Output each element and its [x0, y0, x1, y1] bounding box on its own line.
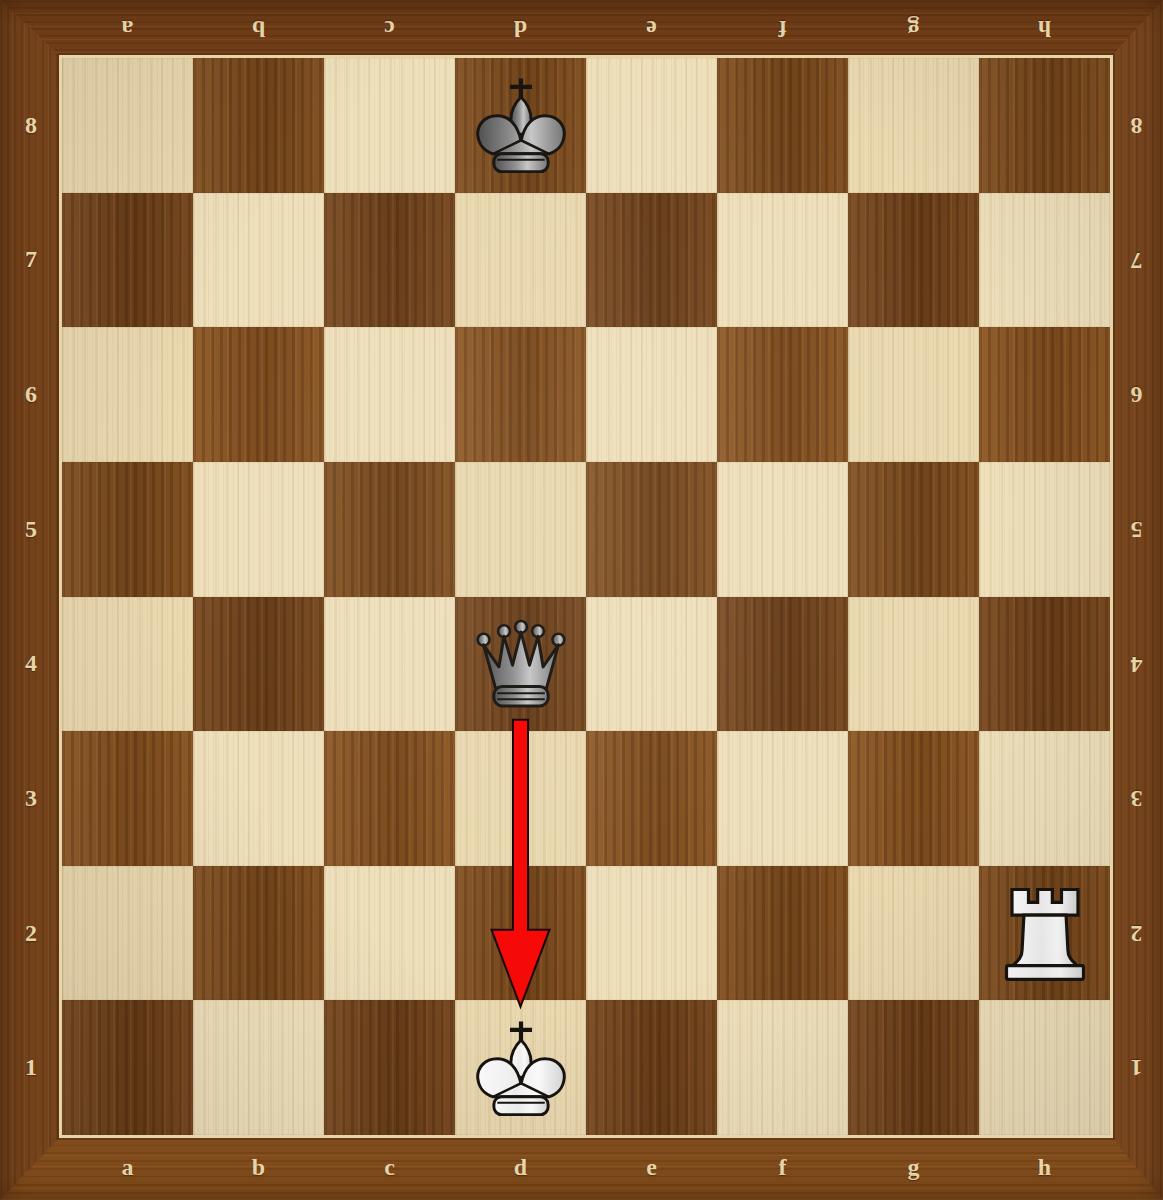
square-d5[interactable] [455, 462, 586, 597]
square-h4[interactable] [979, 597, 1110, 732]
square-c7[interactable] [324, 193, 455, 328]
square-h1[interactable] [979, 1000, 1110, 1135]
square-h6[interactable] [979, 327, 1110, 462]
square-a2[interactable] [62, 866, 193, 1001]
square-g6[interactable] [848, 327, 979, 462]
square-h8[interactable] [979, 58, 1110, 193]
file-label-top-a: a [62, 0, 193, 58]
rank-label-left-7: 7 [0, 193, 62, 328]
file-label-top-d: d [455, 0, 586, 58]
square-b6[interactable] [193, 327, 324, 462]
file-label-bottom-a: a [62, 1135, 193, 1200]
rank-label-right-8: 8 [1110, 58, 1163, 193]
rank-label-right-2: 2 [1110, 866, 1163, 1001]
file-label-top-h: h [979, 0, 1110, 58]
square-b1[interactable] [193, 1000, 324, 1135]
square-d7[interactable] [455, 193, 586, 328]
rank-label-right-6: 6 [1110, 327, 1163, 462]
square-c5[interactable] [324, 462, 455, 597]
file-labels-top: abcdefgh [62, 0, 1110, 58]
rank-labels-left: 87654321 [0, 58, 62, 1135]
square-e6[interactable] [586, 327, 717, 462]
file-label-bottom-g: g [848, 1135, 979, 1200]
file-label-top-c: c [324, 0, 455, 58]
piece-black-queen[interactable] [470, 614, 572, 713]
rank-label-right-5: 5 [1110, 462, 1163, 597]
rank-label-right-1: 1 [1110, 1000, 1163, 1135]
square-e7[interactable] [586, 193, 717, 328]
square-c6[interactable] [324, 327, 455, 462]
rank-label-left-4: 4 [0, 597, 62, 732]
square-c8[interactable] [324, 58, 455, 193]
file-label-top-f: f [717, 0, 848, 58]
square-b8[interactable] [193, 58, 324, 193]
square-c4[interactable] [324, 597, 455, 732]
file-label-bottom-b: b [193, 1135, 324, 1200]
square-f5[interactable] [717, 462, 848, 597]
square-a3[interactable] [62, 731, 193, 866]
square-a4[interactable] [62, 597, 193, 732]
square-g4[interactable] [848, 597, 979, 732]
rank-label-left-2: 2 [0, 866, 62, 1001]
piece-black-king[interactable] [470, 75, 572, 175]
square-e4[interactable] [586, 597, 717, 732]
square-h3[interactable] [979, 731, 1110, 866]
square-g3[interactable] [848, 731, 979, 866]
rank-label-left-5: 5 [0, 462, 62, 597]
file-label-top-e: e [586, 0, 717, 58]
rank-label-right-7: 7 [1110, 193, 1163, 328]
square-f7[interactable] [717, 193, 848, 328]
file-label-top-b: b [193, 0, 324, 58]
square-e3[interactable] [586, 731, 717, 866]
square-h5[interactable] [979, 462, 1110, 597]
square-c2[interactable] [324, 866, 455, 1001]
square-b4[interactable] [193, 597, 324, 732]
rank-label-left-3: 3 [0, 731, 62, 866]
square-e2[interactable] [586, 866, 717, 1001]
square-b3[interactable] [193, 731, 324, 866]
square-f4[interactable] [717, 597, 848, 732]
square-f6[interactable] [717, 327, 848, 462]
file-label-bottom-e: e [586, 1135, 717, 1200]
square-g1[interactable] [848, 1000, 979, 1135]
square-f3[interactable] [717, 731, 848, 866]
square-f1[interactable] [717, 1000, 848, 1135]
square-e1[interactable] [586, 1000, 717, 1135]
rank-label-right-3: 3 [1110, 731, 1163, 866]
square-g7[interactable] [848, 193, 979, 328]
square-d3[interactable] [455, 731, 586, 866]
rank-label-left-6: 6 [0, 327, 62, 462]
square-h2[interactable] [979, 866, 1110, 1001]
piece-white-rook[interactable] [990, 882, 1100, 985]
square-h7[interactable] [979, 193, 1110, 328]
square-e5[interactable] [586, 462, 717, 597]
file-label-bottom-h: h [979, 1135, 1110, 1200]
rank-labels-right: 87654321 [1110, 58, 1163, 1135]
square-d2[interactable] [455, 866, 586, 1001]
square-e8[interactable] [586, 58, 717, 193]
file-label-bottom-d: d [455, 1135, 586, 1200]
file-label-bottom-f: f [717, 1135, 848, 1200]
square-g8[interactable] [848, 58, 979, 193]
piece-white-king[interactable] [470, 1018, 572, 1118]
rank-label-left-8: 8 [0, 58, 62, 193]
square-a1[interactable] [62, 1000, 193, 1135]
square-f2[interactable] [717, 866, 848, 1001]
rank-label-right-4: 4 [1110, 597, 1163, 732]
file-label-top-g: g [848, 0, 979, 58]
square-g5[interactable] [848, 462, 979, 597]
square-g2[interactable] [848, 866, 979, 1001]
board-squares [62, 58, 1110, 1135]
file-labels-bottom: abcdefgh [62, 1135, 1110, 1200]
file-label-bottom-c: c [324, 1135, 455, 1200]
square-c1[interactable] [324, 1000, 455, 1135]
square-b2[interactable] [193, 866, 324, 1001]
square-a6[interactable] [62, 327, 193, 462]
square-a5[interactable] [62, 462, 193, 597]
square-d6[interactable] [455, 327, 586, 462]
square-f8[interactable] [717, 58, 848, 193]
square-a7[interactable] [62, 193, 193, 328]
square-c3[interactable] [324, 731, 455, 866]
rank-label-left-1: 1 [0, 1000, 62, 1135]
chessboard: abcdefgh abcdefgh 87654321 87654321 [0, 0, 1163, 1200]
square-d8[interactable] [455, 58, 586, 193]
square-a8[interactable] [62, 58, 193, 193]
square-b5[interactable] [193, 462, 324, 597]
square-b7[interactable] [193, 193, 324, 328]
square-d1[interactable] [455, 1000, 586, 1135]
square-d4[interactable] [455, 597, 586, 732]
